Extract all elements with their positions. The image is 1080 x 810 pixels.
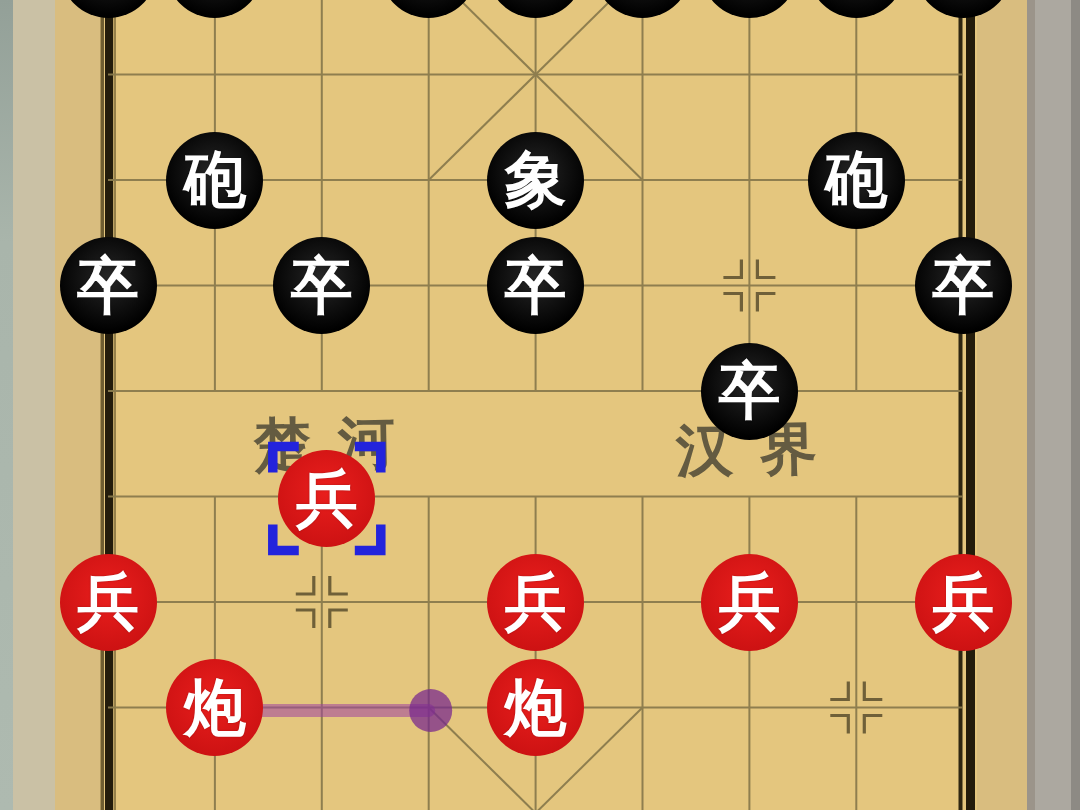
piece-red-pawn[interactable]: 兵: [701, 554, 798, 651]
piece-red-pawn[interactable]: 兵: [60, 554, 157, 651]
piece-black-pawn[interactable]: 卒: [915, 237, 1012, 334]
piece-black-pawn[interactable]: 卒: [273, 237, 370, 334]
piece-red-pawn[interactable]: 兵: [915, 554, 1012, 651]
xiangqi-board-screen: 楚河 汉界: [0, 0, 1080, 810]
piece-black-pawn[interactable]: 卒: [701, 343, 798, 440]
last-move-dot: [409, 689, 452, 732]
piece-black-pawn[interactable]: 卒: [487, 237, 584, 334]
piece-red-cannon[interactable]: 炮: [487, 659, 584, 756]
piece-red-pawn[interactable]: 兵: [487, 554, 584, 651]
piece-red-cannon[interactable]: 炮: [166, 659, 263, 756]
piece-black-elephant[interactable]: 象: [487, 132, 584, 229]
board-right-border: [959, 0, 976, 810]
piece-black-cannon[interactable]: 砲: [808, 132, 905, 229]
piece-black-pawn[interactable]: 卒: [60, 237, 157, 334]
board-left-border: [101, 0, 117, 810]
piece-red-pawn[interactable]: 兵: [278, 450, 375, 547]
piece-black-cannon[interactable]: 砲: [166, 132, 263, 229]
